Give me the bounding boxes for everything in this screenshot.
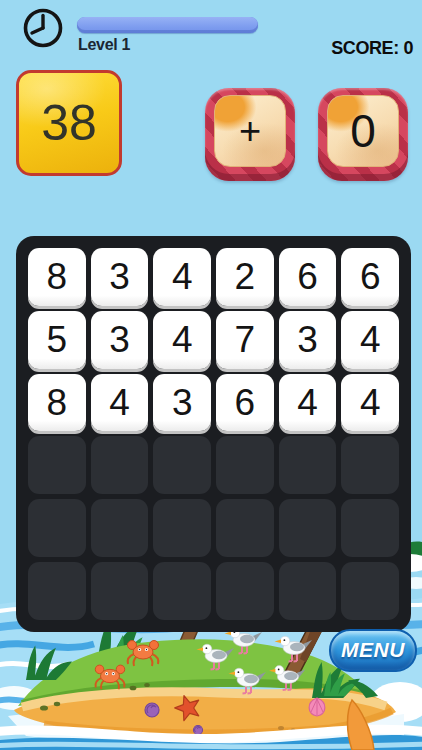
empty-cell [91,499,149,557]
empty-cell [91,436,149,494]
number-tile[interactable]: 4 [91,374,149,432]
empty-cell [279,562,337,620]
number-tile[interactable]: 8 [28,248,86,306]
number-tile[interactable]: 8 [28,374,86,432]
clock-icon [22,7,64,49]
empty-cell [279,499,337,557]
number-tile[interactable]: 6 [216,374,274,432]
empty-cell [91,562,149,620]
number-tile[interactable]: 6 [341,248,399,306]
number-tile[interactable]: 3 [153,374,211,432]
target-value: 38 [41,94,97,152]
empty-cell [153,436,211,494]
number-tile[interactable]: 4 [279,374,337,432]
number-tile[interactable]: 3 [279,311,337,369]
accumulator-button[interactable]: 0 [318,88,408,181]
empty-cell [216,499,274,557]
game-screen: Level 1 SCORE: 0 38 + 0 8342665347348436… [0,0,422,750]
empty-cell [341,499,399,557]
number-tile[interactable]: 5 [28,311,86,369]
number-tile[interactable]: 6 [279,248,337,306]
empty-cell [28,562,86,620]
target-number-tile: 38 [16,70,122,176]
operator-button[interactable]: + [205,88,295,181]
number-tile[interactable]: 3 [91,311,149,369]
level-progress-fill [77,17,258,33]
empty-cell [341,562,399,620]
shell-icon [145,703,159,717]
number-tile[interactable]: 4 [341,374,399,432]
number-tile[interactable]: 7 [216,311,274,369]
empty-cell [153,562,211,620]
number-tile[interactable]: 3 [91,248,149,306]
level-label: Level 1 [78,36,130,54]
number-tile[interactable]: 2 [216,248,274,306]
empty-cell [216,562,274,620]
empty-cell [28,436,86,494]
score-text: SCORE: 0 [331,38,413,59]
empty-cell [216,436,274,494]
seashell-icon [309,698,325,716]
menu-button-label: MENU [341,638,405,662]
empty-cell [341,436,399,494]
menu-button[interactable]: MENU [329,629,417,672]
level-progress-bar [77,17,258,33]
number-tile[interactable]: 4 [153,248,211,306]
number-tile[interactable]: 4 [341,311,399,369]
empty-cell [279,436,337,494]
accumulator-value: 0 [327,95,399,167]
operator-value: + [214,95,286,167]
shell-icon [193,725,202,734]
board-grid: 834266534734843644 [16,236,411,632]
number-tile[interactable]: 4 [153,311,211,369]
empty-cell [153,499,211,557]
empty-cell [28,499,86,557]
